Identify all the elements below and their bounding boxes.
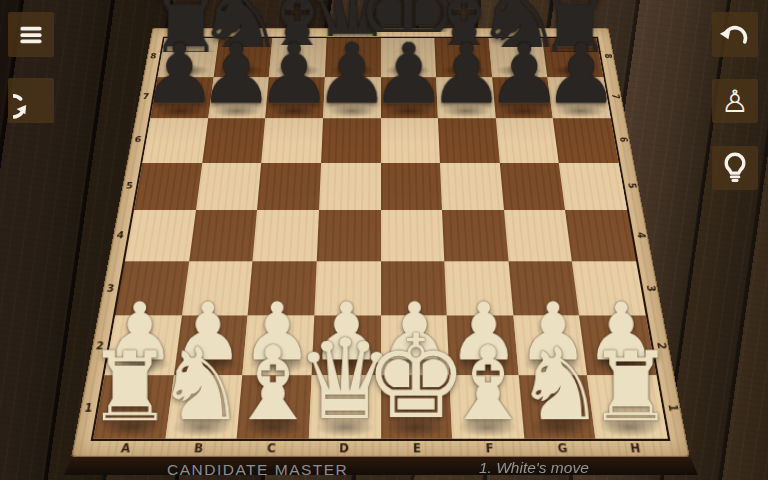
square-c6[interactable]: [261, 118, 322, 162]
chess-board: ♜♞♝♛♚♝♞♜♟♟♟♟♟♟♟♟♟♟♟♟♟♟♟♟♜♞♝♛♚♝♞♜ ABCDEFG…: [71, 28, 690, 457]
square-h1[interactable]: ♜: [587, 375, 667, 439]
lightbulb-icon: [718, 151, 752, 185]
square-f1[interactable]: ♝: [449, 375, 524, 439]
square-d4[interactable]: [317, 210, 381, 261]
board-grid: ♜♞♝♛♚♝♞♜♟♟♟♟♟♟♟♟♟♟♟♟♟♟♟♟♜♞♝♛♚♝♞♜: [91, 37, 671, 441]
rank-label-6-right: 6: [594, 134, 652, 145]
square-g1[interactable]: ♞: [518, 375, 595, 439]
square-b4[interactable]: [189, 210, 257, 261]
undo-button[interactable]: [712, 12, 758, 57]
square-d5[interactable]: [319, 163, 381, 210]
square-d6[interactable]: [321, 118, 381, 162]
hamburger-icon: [14, 18, 48, 52]
pawn-icon: ♙: [721, 86, 749, 117]
square-f5[interactable]: [440, 163, 504, 210]
piece-style-button[interactable]: ♙: [712, 79, 758, 123]
board-scene: ♜♞♝♛♚♝♞♜♟♟♟♟♟♟♟♟♟♟♟♟♟♟♟♟♜♞♝♛♚♝♞♜ ABCDEFG…: [118, 0, 643, 460]
square-c4[interactable]: [253, 210, 319, 261]
hint-button[interactable]: [712, 146, 758, 190]
piece-black-pawn[interactable]: ♟: [544, 33, 619, 117]
square-g5[interactable]: [500, 163, 566, 210]
rank-label-8-right: 8: [581, 51, 635, 60]
square-b5[interactable]: [196, 163, 262, 210]
move-indicator: 1. White's move: [479, 459, 589, 477]
square-e4[interactable]: [381, 210, 445, 261]
square-g4[interactable]: [504, 210, 572, 261]
square-c5[interactable]: [257, 163, 321, 210]
menu-button[interactable]: [8, 12, 54, 57]
rank-label-5-right: 5: [602, 180, 662, 191]
square-b6[interactable]: [202, 118, 265, 162]
square-e6[interactable]: [381, 118, 441, 162]
square-f4[interactable]: [442, 210, 508, 261]
new-game-button[interactable]: [8, 78, 54, 123]
square-h4[interactable]: [565, 210, 636, 261]
player-level-label: CANDIDATE MASTER: [167, 461, 348, 479]
square-a4[interactable]: [125, 210, 196, 261]
square-a6[interactable]: [142, 118, 207, 162]
square-e5[interactable]: [381, 163, 443, 210]
undo-arrow-icon: [717, 17, 753, 53]
piece-white-rook[interactable]: ♜: [588, 339, 674, 435]
restart-circular-arrow-icon: [13, 83, 49, 119]
rank-label-7-right: 7: [587, 92, 643, 102]
square-f6[interactable]: [438, 118, 499, 162]
square-a5[interactable]: [134, 163, 202, 210]
square-g6[interactable]: [496, 118, 559, 162]
